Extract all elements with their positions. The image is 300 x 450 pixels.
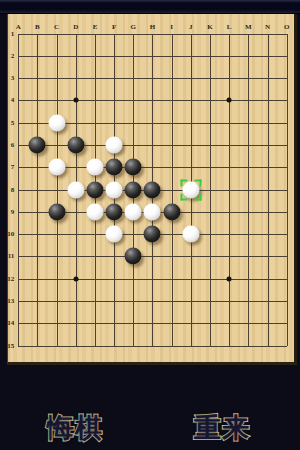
row-label: 11 [8,253,15,260]
board-grid[interactable]: A1B2C3D4E5F6G7H8I9J10K11L12M13N14O15 [18,34,286,346]
row-label: 13 [7,298,14,305]
board[interactable]: A1B2C3D4E5F6G7H8I9J10K11L12M13N14O15 [7,14,297,365]
title-bar [0,0,300,14]
bottom-bar: 悔棋 重来 [0,365,300,450]
col-label: O [284,24,289,31]
row-label: 2 [11,52,15,59]
black-stone [125,159,142,176]
col-label: K [207,24,212,31]
black-stone [144,181,161,198]
row-label: 6 [11,141,15,148]
grid-line [18,279,286,280]
row-label: 5 [11,119,15,126]
col-label: B [35,24,40,31]
white-stone [86,159,103,176]
grid-line [210,34,211,346]
star-point [73,98,78,103]
white-stone [106,136,123,153]
white-stone [48,114,65,131]
grid-line [287,34,288,346]
grid-line [18,256,286,257]
col-label: J [189,24,193,31]
star-point [227,98,232,103]
grid-line [248,34,249,346]
black-stone [106,203,123,220]
row-label: 9 [11,208,15,215]
star-point [73,276,78,281]
col-label: F [112,24,116,31]
col-label: M [245,24,252,31]
white-stone [182,226,199,243]
col-label: A [16,24,21,31]
white-stone [86,203,103,220]
col-label: E [93,24,98,31]
col-label: I [170,24,173,31]
col-label: C [54,24,59,31]
last-move-marker [180,179,201,200]
col-label: N [265,24,270,31]
col-label: G [131,24,136,31]
white-stone [67,181,84,198]
black-stone [67,136,84,153]
black-stone [106,159,123,176]
col-label: H [150,24,155,31]
row-label: 1 [11,30,15,37]
black-stone [29,136,46,153]
undo-button[interactable]: 悔棋 [27,408,123,448]
row-label: 12 [7,275,14,282]
black-stone [86,181,103,198]
col-label: L [227,24,232,31]
star-point [227,276,232,281]
col-label: D [73,24,78,31]
black-stone [144,226,161,243]
grid-line [18,346,286,347]
white-stone [106,181,123,198]
grid-line [268,34,269,346]
gomoku-app: A1B2C3D4E5F6G7H8I9J10K11L12M13N14O15 悔棋 … [0,0,300,450]
grid-line [18,323,286,324]
white-stone [48,159,65,176]
white-stone [125,203,142,220]
row-label: 7 [11,164,15,171]
black-stone [125,181,142,198]
black-stone [125,248,142,265]
row-label: 14 [7,320,14,327]
white-stone [144,203,161,220]
black-stone [48,203,65,220]
row-label: 10 [7,231,14,238]
black-stone [163,203,180,220]
row-label: 15 [7,342,14,349]
grid-line [172,34,173,346]
restart-button[interactable]: 重来 [174,408,270,448]
row-label: 4 [11,97,15,104]
row-label: 8 [11,186,15,193]
white-stone [106,226,123,243]
grid-line [18,301,286,302]
grid-line [229,34,230,346]
row-label: 3 [11,75,15,82]
